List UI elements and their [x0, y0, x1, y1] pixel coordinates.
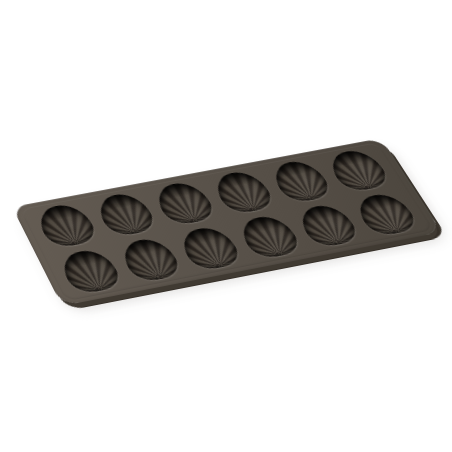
shell-mold-icon [266, 158, 335, 204]
product-photo-stage [0, 0, 452, 452]
shell-mold-icon [293, 202, 363, 249]
shell-mold-icon [150, 180, 218, 227]
madeleine-cavity-1-3 [149, 179, 219, 226]
shell-mold-icon [92, 191, 160, 238]
madeleine-cavity-1-4 [208, 169, 278, 216]
madeleine-cavity-1-5 [265, 158, 336, 204]
madeleine-cavity-1-2 [91, 190, 161, 237]
shell-mold-icon [209, 169, 277, 215]
